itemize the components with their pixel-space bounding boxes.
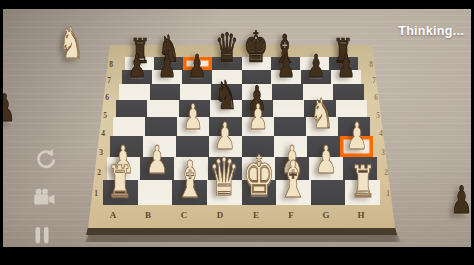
undo-arrow-icon [33,160,59,175]
square-g8[interactable] [300,57,329,70]
square-f6[interactable] [272,84,303,100]
square-e2[interactable] [242,157,276,180]
square-a4[interactable] [113,117,145,136]
square-f5[interactable] [273,100,304,117]
square-c7[interactable]: ♟ [182,70,212,84]
square-a8[interactable]: ♜ [125,57,154,70]
square-c2[interactable] [174,157,208,180]
square-g6[interactable] [303,84,334,100]
square-a3[interactable] [110,136,143,157]
square-f3[interactable] [274,136,307,157]
square-g7[interactable]: ♟ [301,70,331,84]
undo-button[interactable] [33,146,59,172]
square-e1[interactable]: ♚ [242,180,277,205]
square-d2[interactable] [208,157,242,180]
square-c3[interactable] [176,136,209,157]
square-f7[interactable]: ♟ [271,70,301,84]
table-surface: ♜♞♛♚♝♜♟♟♟♟♟♟♞♟♟♟♞♟♟♟♟♟♟♜♝♛♚♝♜ ABCDEFGH11… [3,9,471,247]
square-f1[interactable]: ♝ [276,180,311,205]
square-g4[interactable]: ♞ [306,117,338,136]
square-b1[interactable] [138,180,173,205]
letterbox-bottom [0,247,474,265]
square-h1[interactable]: ♜ [345,180,380,205]
pause-icon [29,236,55,247]
square-a6[interactable] [119,84,150,100]
square-b7[interactable]: ♟ [152,70,182,84]
square-b8[interactable]: ♞ [154,57,183,70]
square-d7[interactable] [212,70,242,84]
square-e4[interactable]: ♟ [242,117,274,136]
square-h8[interactable]: ♜ [329,57,358,70]
captured-black-pawn-partial: ♟ [3,89,16,127]
square-e5[interactable]: ♟ [242,100,273,117]
captured-black-pawn: ♟ [451,181,471,219]
square-d5[interactable]: ♞ [210,100,241,117]
square-e6[interactable] [242,84,273,100]
square-a1[interactable]: ♜ [103,180,138,205]
square-g3[interactable] [307,136,340,157]
game-screen: ♜♞♛♚♝♜♟♟♟♟♟♟♞♟♟♟♞♟♟♟♟♟♟♜♝♛♚♝♜ ABCDEFGH11… [0,0,474,265]
square-a5[interactable] [116,100,147,117]
square-d6[interactable] [211,84,242,100]
square-f8[interactable]: ♝ [271,57,300,70]
square-f4[interactable] [274,117,306,136]
square-e8[interactable]: ♚ [242,57,271,70]
chess-board: ♜♞♛♚♝♜♟♟♟♟♟♟♞♟♟♟♞♟♟♟♟♟♟♜♝♛♚♝♜ ABCDEFGH11… [85,45,399,247]
letterbox-left [0,0,3,265]
square-b2[interactable]: ♟ [140,157,174,180]
square-c8[interactable] [183,57,212,70]
square-a7[interactable]: ♟ [122,70,152,84]
square-b4[interactable] [145,117,177,136]
square-f2[interactable]: ♟ [275,157,309,180]
pause-button[interactable] [29,222,55,247]
square-b3[interactable] [143,136,176,157]
square-c1[interactable]: ♝ [172,180,207,205]
square-d3[interactable]: ♟ [209,136,242,157]
video-camera-icon [31,198,57,213]
captured-white-knight: ♞ [59,22,85,66]
letterbox-top [0,0,474,9]
square-b6[interactable] [150,84,181,100]
square-c5[interactable] [179,100,210,117]
square-g1[interactable] [311,180,346,205]
square-h6[interactable] [333,84,364,100]
square-b5[interactable] [147,100,178,117]
camera-button[interactable] [31,184,57,210]
square-d4[interactable] [209,117,241,136]
square-h7[interactable]: ♟ [331,70,361,84]
square-d8[interactable]: ♛ [212,57,241,70]
square-c4[interactable]: ♟ [177,117,209,136]
square-e3[interactable] [242,136,275,157]
square-e7[interactable] [242,70,272,84]
status-text: Thinking... [398,24,464,38]
square-g2[interactable]: ♟ [309,157,343,180]
square-d1[interactable]: ♛ [207,180,242,205]
square-h2[interactable] [343,157,377,180]
square-h4[interactable] [338,117,370,136]
square-h3[interactable]: ♟ [340,136,373,157]
square-c6[interactable] [180,84,211,100]
square-h5[interactable] [336,100,367,117]
square-a2[interactable]: ♟ [107,157,141,180]
square-g5[interactable] [304,100,335,117]
